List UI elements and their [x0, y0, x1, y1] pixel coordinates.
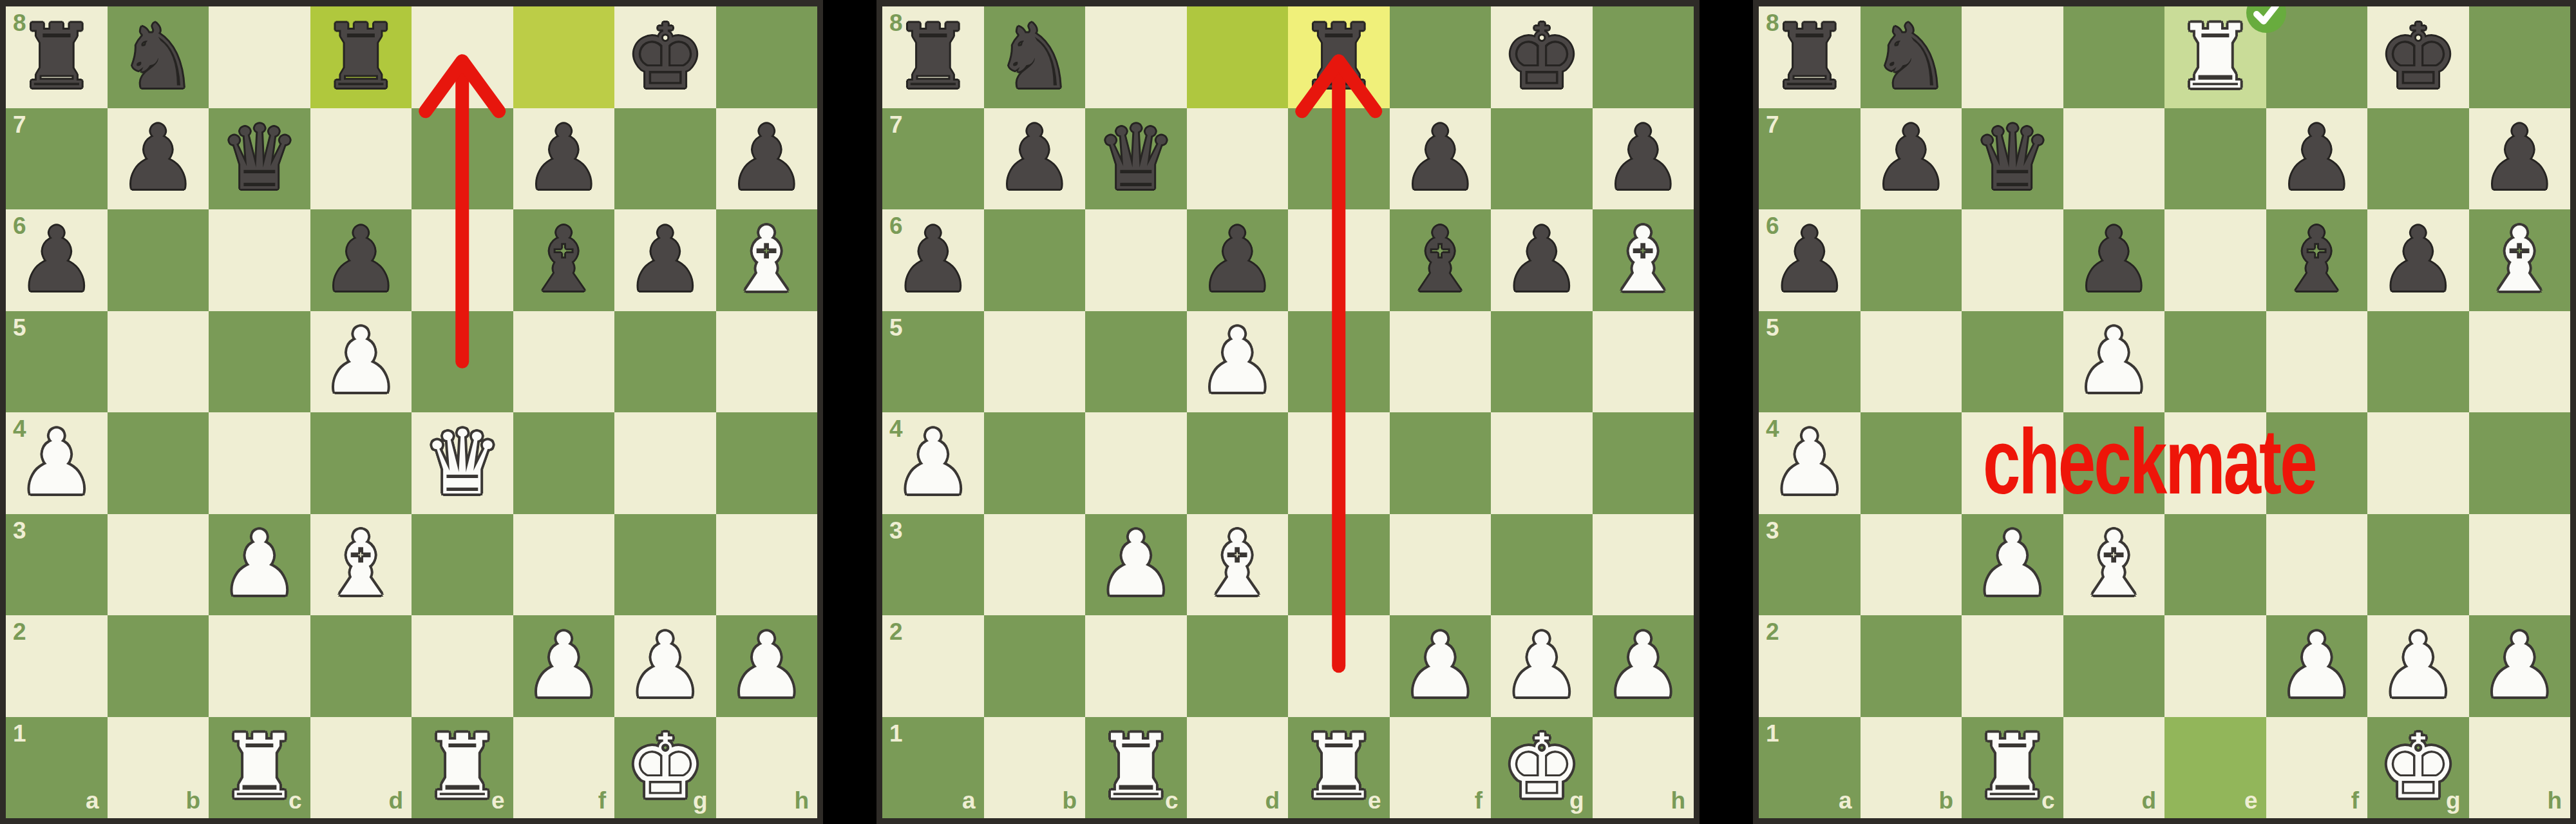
rank-label-5: 5 — [1766, 316, 1779, 340]
square-c1[interactable]: c♜ — [1962, 717, 2063, 819]
black-rook[interactable]: ♜ — [310, 6, 412, 108]
square-g8[interactable]: ♚ — [614, 6, 716, 108]
square-d3[interactable]: ♝ — [310, 514, 412, 616]
black-pawn[interactable]: ♟ — [2266, 108, 2368, 210]
square-b6[interactable] — [1861, 209, 1962, 311]
square-c5[interactable] — [1962, 311, 2063, 413]
square-b6[interactable] — [108, 209, 209, 311]
square-f4[interactable] — [1390, 412, 1492, 514]
board-1: 8♜♞♜♚7♟♛♟♟6♟♟♝♟♝5♟4♟♛3♟♝2♟♟♟1abc♜de♜fg♚h — [0, 0, 823, 824]
white-pawn[interactable]: ♟ — [2367, 615, 2469, 717]
square-a3[interactable]: 3 — [882, 514, 984, 616]
black-pawn[interactable]: ♟ — [310, 209, 412, 311]
square-c5[interactable] — [1085, 311, 1187, 413]
square-b8[interactable]: ♞ — [984, 6, 1086, 108]
file-label-e: e — [2244, 789, 2258, 812]
rank-label-3: 3 — [13, 519, 26, 542]
rank-label-1: 1 — [13, 722, 26, 745]
square-e4[interactable]: ♛ — [412, 412, 513, 514]
square-b1[interactable]: b — [108, 717, 209, 819]
file-label-f: f — [598, 789, 606, 812]
square-h4[interactable] — [1593, 412, 1694, 514]
white-bishop[interactable]: ♝ — [310, 514, 412, 616]
white-king[interactable]: ♚ — [1491, 717, 1593, 819]
square-h7[interactable]: ♟ — [716, 108, 818, 210]
square-f2[interactable]: ♟ — [513, 615, 615, 717]
black-queen[interactable]: ♛ — [209, 108, 310, 210]
square-f3[interactable] — [513, 514, 615, 616]
square-g7[interactable] — [614, 108, 716, 210]
black-knight[interactable]: ♞ — [1861, 6, 1962, 108]
square-b8[interactable]: ♞ — [108, 6, 209, 108]
square-a7[interactable]: 7 — [1759, 108, 1861, 210]
square-a8[interactable]: 8♜ — [6, 6, 108, 108]
square-b5[interactable] — [108, 311, 209, 413]
white-pawn[interactable]: ♟ — [1187, 311, 1289, 413]
square-a8[interactable]: 8♜ — [882, 6, 984, 108]
white-pawn[interactable]: ♟ — [1962, 514, 2063, 616]
square-f8[interactable] — [513, 6, 615, 108]
chessboard-2: 8♜♞♜♚7♟♛♟♟6♟♟♝♟♝5♟4♟3♟♝2♟♟♟1abc♜de♜fg♚h — [882, 6, 1694, 818]
checkmate-label: checkmate — [1983, 416, 2316, 508]
black-pawn[interactable]: ♟ — [108, 108, 209, 210]
square-a3[interactable]: 3 — [6, 514, 108, 616]
square-e4[interactable] — [1288, 412, 1390, 514]
square-b2[interactable] — [1861, 615, 1962, 717]
square-d5[interactable]: ♟ — [310, 311, 412, 413]
square-e2[interactable] — [2164, 615, 2266, 717]
file-label-b: b — [1938, 789, 1953, 812]
rank-label-1: 1 — [889, 722, 903, 745]
square-d7[interactable] — [2063, 108, 2165, 210]
black-rook[interactable]: ♜ — [6, 6, 108, 108]
rank-label-5: 5 — [13, 316, 26, 340]
square-e7[interactable] — [412, 108, 513, 210]
square-d1[interactable]: d — [310, 717, 412, 819]
square-h6[interactable]: ♝ — [2469, 209, 2571, 311]
white-queen[interactable]: ♛ — [412, 412, 513, 514]
white-pawn[interactable]: ♟ — [1085, 514, 1187, 616]
square-a5[interactable]: 5 — [6, 311, 108, 413]
white-pawn[interactable]: ♟ — [1390, 615, 1492, 717]
square-f7[interactable]: ♟ — [513, 108, 615, 210]
square-e7[interactable] — [1288, 108, 1390, 210]
squares-grid: 8♜♞♜♚7♟♛♟♟6♟♟♝♟♝5♟4♟3♟♝2♟♟♟1abc♜de♜fg♚h — [882, 6, 1694, 818]
black-bishop[interactable]: ♝ — [513, 209, 615, 311]
board-3: 8♜♞♜♚7♟♛♟♟6♟♟♝♟♝5♟4♟3♟♝2♟♟♟1abc♜defg♚hch… — [1753, 0, 2576, 824]
square-f3[interactable] — [1390, 514, 1492, 616]
square-h4[interactable] — [716, 412, 818, 514]
square-a6[interactable]: 6♟ — [6, 209, 108, 311]
white-king[interactable]: ♚ — [2367, 717, 2469, 819]
square-c6[interactable] — [209, 209, 310, 311]
square-c2[interactable] — [209, 615, 310, 717]
white-pawn[interactable]: ♟ — [614, 615, 716, 717]
square-h7[interactable]: ♟ — [1593, 108, 1694, 210]
black-queen[interactable]: ♛ — [1085, 108, 1187, 210]
square-g4[interactable] — [2367, 412, 2469, 514]
file-label-h: h — [1671, 789, 1685, 812]
square-b6[interactable] — [984, 209, 1086, 311]
square-f4[interactable] — [513, 412, 615, 514]
white-pawn[interactable]: ♟ — [2063, 311, 2165, 413]
white-bishop[interactable]: ♝ — [2469, 209, 2571, 311]
rank-label-3: 3 — [889, 519, 903, 542]
square-c7[interactable]: ♛ — [1085, 108, 1187, 210]
square-c4[interactable] — [1085, 412, 1187, 514]
square-a4[interactable]: 4♟ — [6, 412, 108, 514]
square-h6[interactable]: ♝ — [716, 209, 818, 311]
square-a2[interactable]: 2 — [882, 615, 984, 717]
square-h3[interactable] — [1593, 514, 1694, 616]
white-pawn[interactable]: ♟ — [513, 615, 615, 717]
white-pawn[interactable]: ♟ — [1759, 412, 1861, 514]
square-g6[interactable]: ♟ — [614, 209, 716, 311]
square-h6[interactable]: ♝ — [1593, 209, 1694, 311]
square-c2[interactable] — [1962, 615, 2063, 717]
square-c7[interactable]: ♛ — [209, 108, 310, 210]
square-c8[interactable] — [209, 6, 310, 108]
square-d7[interactable] — [310, 108, 412, 210]
white-pawn[interactable]: ♟ — [1593, 615, 1694, 717]
rank-label-3: 3 — [1766, 519, 1779, 542]
square-g4[interactable] — [1491, 412, 1593, 514]
square-d2[interactable] — [1187, 615, 1289, 717]
black-pawn[interactable]: ♟ — [716, 108, 818, 210]
black-knight[interactable]: ♞ — [108, 6, 209, 108]
square-g1[interactable]: g♚ — [614, 717, 716, 819]
square-e6[interactable] — [412, 209, 513, 311]
black-pawn[interactable]: ♟ — [1187, 209, 1289, 311]
black-king[interactable]: ♚ — [2367, 6, 2469, 108]
square-g5[interactable] — [1491, 311, 1593, 413]
file-label-a: a — [86, 789, 99, 812]
square-f5[interactable] — [1390, 311, 1492, 413]
square-d4[interactable] — [310, 412, 412, 514]
black-pawn[interactable]: ♟ — [2367, 209, 2469, 311]
rank-label-5: 5 — [889, 316, 903, 340]
square-c4[interactable] — [209, 412, 310, 514]
square-e7[interactable] — [2164, 108, 2266, 210]
square-b5[interactable] — [1861, 311, 1962, 413]
file-label-f: f — [1475, 789, 1482, 812]
rank-label-2: 2 — [13, 620, 26, 644]
square-d5[interactable]: ♟ — [2063, 311, 2165, 413]
black-pawn[interactable]: ♟ — [1593, 108, 1694, 210]
chessboard-1: 8♜♞♜♚7♟♛♟♟6♟♟♝♟♝5♟4♟♛3♟♝2♟♟♟1abc♜de♜fg♚h — [6, 6, 817, 818]
black-bishop[interactable]: ♝ — [2266, 209, 2368, 311]
square-g1[interactable]: g♚ — [2367, 717, 2469, 819]
black-queen[interactable]: ♛ — [1962, 108, 2063, 210]
black-king[interactable]: ♚ — [614, 6, 716, 108]
square-d6[interactable]: ♟ — [2063, 209, 2165, 311]
square-g2[interactable]: ♟ — [1491, 615, 1593, 717]
square-h5[interactable] — [1593, 311, 1694, 413]
square-g7[interactable] — [1491, 108, 1593, 210]
square-e1[interactable]: e♜ — [412, 717, 513, 819]
square-h3[interactable] — [716, 514, 818, 616]
square-a5[interactable]: 5 — [1759, 311, 1861, 413]
square-f1[interactable]: f — [513, 717, 615, 819]
square-b3[interactable] — [1861, 514, 1962, 616]
square-b3[interactable] — [984, 514, 1086, 616]
square-a2[interactable]: 2 — [6, 615, 108, 717]
square-d8[interactable]: ♜ — [310, 6, 412, 108]
square-h2[interactable]: ♟ — [1593, 615, 1694, 717]
square-e6[interactable] — [2164, 209, 2266, 311]
square-h7[interactable]: ♟ — [2469, 108, 2571, 210]
square-b2[interactable] — [984, 615, 1086, 717]
square-f2[interactable]: ♟ — [2266, 615, 2368, 717]
square-d3[interactable]: ♝ — [1187, 514, 1289, 616]
file-label-b: b — [185, 789, 200, 812]
square-g6[interactable]: ♟ — [1491, 209, 1593, 311]
square-g6[interactable]: ♟ — [2367, 209, 2469, 311]
file-label-h: h — [2547, 789, 2562, 812]
black-rook[interactable]: ♜ — [882, 6, 984, 108]
lesson-board-strip: 8♜♞♜♚7♟♛♟♟6♟♟♝♟♝5♟4♟♛3♟♝2♟♟♟1abc♜de♜fg♚h… — [0, 0, 2576, 824]
square-d2[interactable] — [310, 615, 412, 717]
rank-label-2: 2 — [889, 620, 903, 644]
square-b4[interactable] — [1861, 412, 1962, 514]
square-h1[interactable]: h — [2469, 717, 2571, 819]
square-b7[interactable]: ♟ — [1861, 108, 1962, 210]
black-rook[interactable]: ♜ — [1288, 6, 1390, 108]
square-h2[interactable]: ♟ — [2469, 615, 2571, 717]
square-a6[interactable]: 6♟ — [882, 209, 984, 311]
square-d2[interactable] — [2063, 615, 2165, 717]
rank-label-1: 1 — [1766, 722, 1779, 745]
white-bishop[interactable]: ♝ — [1593, 209, 1694, 311]
square-g4[interactable] — [614, 412, 716, 514]
square-f1[interactable]: f — [2266, 717, 2368, 819]
square-g8[interactable]: ♚ — [1491, 6, 1593, 108]
square-g1[interactable]: g♚ — [1491, 717, 1593, 819]
white-rook[interactable]: ♜ — [412, 717, 513, 819]
square-e6[interactable] — [1288, 209, 1390, 311]
square-f5[interactable] — [2266, 311, 2368, 413]
square-a8[interactable]: 8♜ — [1759, 6, 1861, 108]
square-d6[interactable]: ♟ — [1187, 209, 1289, 311]
square-c3[interactable]: ♟ — [1962, 514, 2063, 616]
black-pawn[interactable]: ♟ — [2469, 108, 2571, 210]
square-b5[interactable] — [984, 311, 1086, 413]
file-label-d: d — [1265, 789, 1280, 812]
square-e2[interactable] — [1288, 615, 1390, 717]
rank-label-2: 2 — [1766, 620, 1779, 644]
square-b7[interactable]: ♟ — [108, 108, 209, 210]
square-a1[interactable]: 1a — [1759, 717, 1861, 819]
square-f7[interactable]: ♟ — [1390, 108, 1492, 210]
black-pawn[interactable]: ♟ — [6, 209, 108, 311]
white-pawn[interactable]: ♟ — [2469, 615, 2571, 717]
white-pawn[interactable]: ♟ — [209, 514, 310, 616]
square-b4[interactable] — [108, 412, 209, 514]
square-f3[interactable] — [2266, 514, 2368, 616]
square-g7[interactable] — [2367, 108, 2469, 210]
black-king[interactable]: ♚ — [1491, 6, 1593, 108]
black-knight[interactable]: ♞ — [984, 6, 1086, 108]
square-g5[interactable] — [2367, 311, 2469, 413]
square-e3[interactable] — [412, 514, 513, 616]
square-g2[interactable]: ♟ — [614, 615, 716, 717]
square-e2[interactable] — [412, 615, 513, 717]
white-pawn[interactable]: ♟ — [716, 615, 818, 717]
white-pawn[interactable]: ♟ — [6, 412, 108, 514]
squares-grid: 8♜♞♜♚7♟♛♟♟6♟♟♝♟♝5♟4♟♛3♟♝2♟♟♟1abc♜de♜fg♚h — [6, 6, 817, 818]
square-e5[interactable] — [412, 311, 513, 413]
black-pawn[interactable]: ♟ — [1491, 209, 1593, 311]
square-g5[interactable] — [614, 311, 716, 413]
file-label-h: h — [794, 789, 809, 812]
square-h5[interactable] — [2469, 311, 2571, 413]
square-c3[interactable]: ♟ — [1085, 514, 1187, 616]
square-c3[interactable]: ♟ — [209, 514, 310, 616]
square-c1[interactable]: c♜ — [1085, 717, 1187, 819]
square-e3[interactable] — [1288, 514, 1390, 616]
square-b3[interactable] — [108, 514, 209, 616]
black-pawn[interactable]: ♟ — [1861, 108, 1962, 210]
square-h5[interactable] — [716, 311, 818, 413]
square-h2[interactable]: ♟ — [716, 615, 818, 717]
square-d1[interactable]: d — [2063, 717, 2165, 819]
white-pawn[interactable]: ♟ — [2266, 615, 2368, 717]
square-f6[interactable]: ♝ — [513, 209, 615, 311]
square-g3[interactable] — [1491, 514, 1593, 616]
square-a6[interactable]: 6♟ — [1759, 209, 1861, 311]
square-e3[interactable] — [2164, 514, 2266, 616]
square-f1[interactable]: f — [1390, 717, 1492, 819]
white-pawn[interactable]: ♟ — [882, 412, 984, 514]
white-pawn[interactable]: ♟ — [1491, 615, 1593, 717]
square-g3[interactable] — [2367, 514, 2469, 616]
square-b1[interactable]: b — [1861, 717, 1962, 819]
square-a3[interactable]: 3 — [1759, 514, 1861, 616]
square-c5[interactable] — [209, 311, 310, 413]
square-f8[interactable] — [1390, 6, 1492, 108]
square-d6[interactable]: ♟ — [310, 209, 412, 311]
square-c7[interactable]: ♛ — [1962, 108, 2063, 210]
square-f6[interactable]: ♝ — [2266, 209, 2368, 311]
square-d3[interactable]: ♝ — [2063, 514, 2165, 616]
square-b4[interactable] — [984, 412, 1086, 514]
square-a1[interactable]: 1a — [882, 717, 984, 819]
file-label-f: f — [2351, 789, 2359, 812]
white-bishop[interactable]: ♝ — [1187, 514, 1289, 616]
white-rook[interactable]: ♜ — [1288, 717, 1390, 819]
square-a2[interactable]: 2 — [1759, 615, 1861, 717]
board-2: 8♜♞♜♚7♟♛♟♟6♟♟♝♟♝5♟4♟3♟♝2♟♟♟1abc♜de♜fg♚h — [876, 0, 1700, 824]
square-e1[interactable]: e — [2164, 717, 2266, 819]
square-h8[interactable] — [2469, 6, 2571, 108]
square-d8[interactable] — [1187, 6, 1289, 108]
rank-label-7: 7 — [13, 113, 26, 137]
square-a4[interactable]: 4♟ — [882, 412, 984, 514]
square-a5[interactable]: 5 — [882, 311, 984, 413]
white-bishop[interactable]: ♝ — [716, 209, 818, 311]
square-a7[interactable]: 7 — [882, 108, 984, 210]
black-pawn[interactable]: ♟ — [882, 209, 984, 311]
square-d4[interactable] — [1187, 412, 1289, 514]
correct-move-checkmark-icon — [2246, 6, 2286, 33]
square-h1[interactable]: h — [716, 717, 818, 819]
square-h1[interactable]: h — [1593, 717, 1694, 819]
white-rook[interactable]: ♜ — [1962, 717, 2063, 819]
black-pawn[interactable]: ♟ — [614, 209, 716, 311]
black-bishop[interactable]: ♝ — [1390, 209, 1492, 311]
square-c2[interactable] — [1085, 615, 1187, 717]
square-e1[interactable]: e♜ — [1288, 717, 1390, 819]
square-f5[interactable] — [513, 311, 615, 413]
square-d1[interactable]: d — [1187, 717, 1289, 819]
square-h3[interactable] — [2469, 514, 2571, 616]
black-pawn[interactable]: ♟ — [984, 108, 1086, 210]
file-label-d: d — [2141, 789, 2156, 812]
black-pawn[interactable]: ♟ — [2063, 209, 2165, 311]
file-label-a: a — [1839, 789, 1852, 812]
white-rook[interactable]: ♜ — [1085, 717, 1187, 819]
square-h4[interactable] — [2469, 412, 2571, 514]
square-e8[interactable]: ♜ — [1288, 6, 1390, 108]
file-label-a: a — [962, 789, 976, 812]
rank-label-7: 7 — [889, 113, 903, 137]
square-b1[interactable]: b — [984, 717, 1086, 819]
square-c8[interactable] — [1962, 6, 2063, 108]
square-f6[interactable]: ♝ — [1390, 209, 1492, 311]
white-king[interactable]: ♚ — [614, 717, 716, 819]
black-pawn[interactable]: ♟ — [1759, 209, 1861, 311]
square-a1[interactable]: 1a — [6, 717, 108, 819]
square-g3[interactable] — [614, 514, 716, 616]
black-rook[interactable]: ♜ — [1759, 6, 1861, 108]
black-pawn[interactable]: ♟ — [513, 108, 615, 210]
white-bishop[interactable]: ♝ — [2063, 514, 2165, 616]
square-g8[interactable]: ♚ — [2367, 6, 2469, 108]
square-f2[interactable]: ♟ — [1390, 615, 1492, 717]
square-b8[interactable]: ♞ — [1861, 6, 1962, 108]
rank-label-7: 7 — [1766, 113, 1779, 137]
square-g2[interactable]: ♟ — [2367, 615, 2469, 717]
file-label-b: b — [1062, 789, 1077, 812]
square-e5[interactable] — [1288, 311, 1390, 413]
square-e5[interactable] — [2164, 311, 2266, 413]
square-c6[interactable] — [1962, 209, 2063, 311]
square-e8[interactable] — [412, 6, 513, 108]
white-pawn[interactable]: ♟ — [310, 311, 412, 413]
square-b2[interactable] — [108, 615, 209, 717]
square-d8[interactable] — [2063, 6, 2165, 108]
square-b7[interactable]: ♟ — [984, 108, 1086, 210]
square-c1[interactable]: c♜ — [209, 717, 310, 819]
square-c8[interactable] — [1085, 6, 1187, 108]
square-d7[interactable] — [1187, 108, 1289, 210]
chessboard-3: 8♜♞♜♚7♟♛♟♟6♟♟♝♟♝5♟4♟3♟♝2♟♟♟1abc♜defg♚hch… — [1759, 6, 2570, 818]
square-h8[interactable] — [716, 6, 818, 108]
square-a4[interactable]: 4♟ — [1759, 412, 1861, 514]
white-rook[interactable]: ♜ — [209, 717, 310, 819]
black-pawn[interactable]: ♟ — [1390, 108, 1492, 210]
square-c6[interactable] — [1085, 209, 1187, 311]
square-d5[interactable]: ♟ — [1187, 311, 1289, 413]
square-h8[interactable] — [1593, 6, 1694, 108]
square-a7[interactable]: 7 — [6, 108, 108, 210]
square-f7[interactable]: ♟ — [2266, 108, 2368, 210]
file-label-d: d — [388, 789, 403, 812]
